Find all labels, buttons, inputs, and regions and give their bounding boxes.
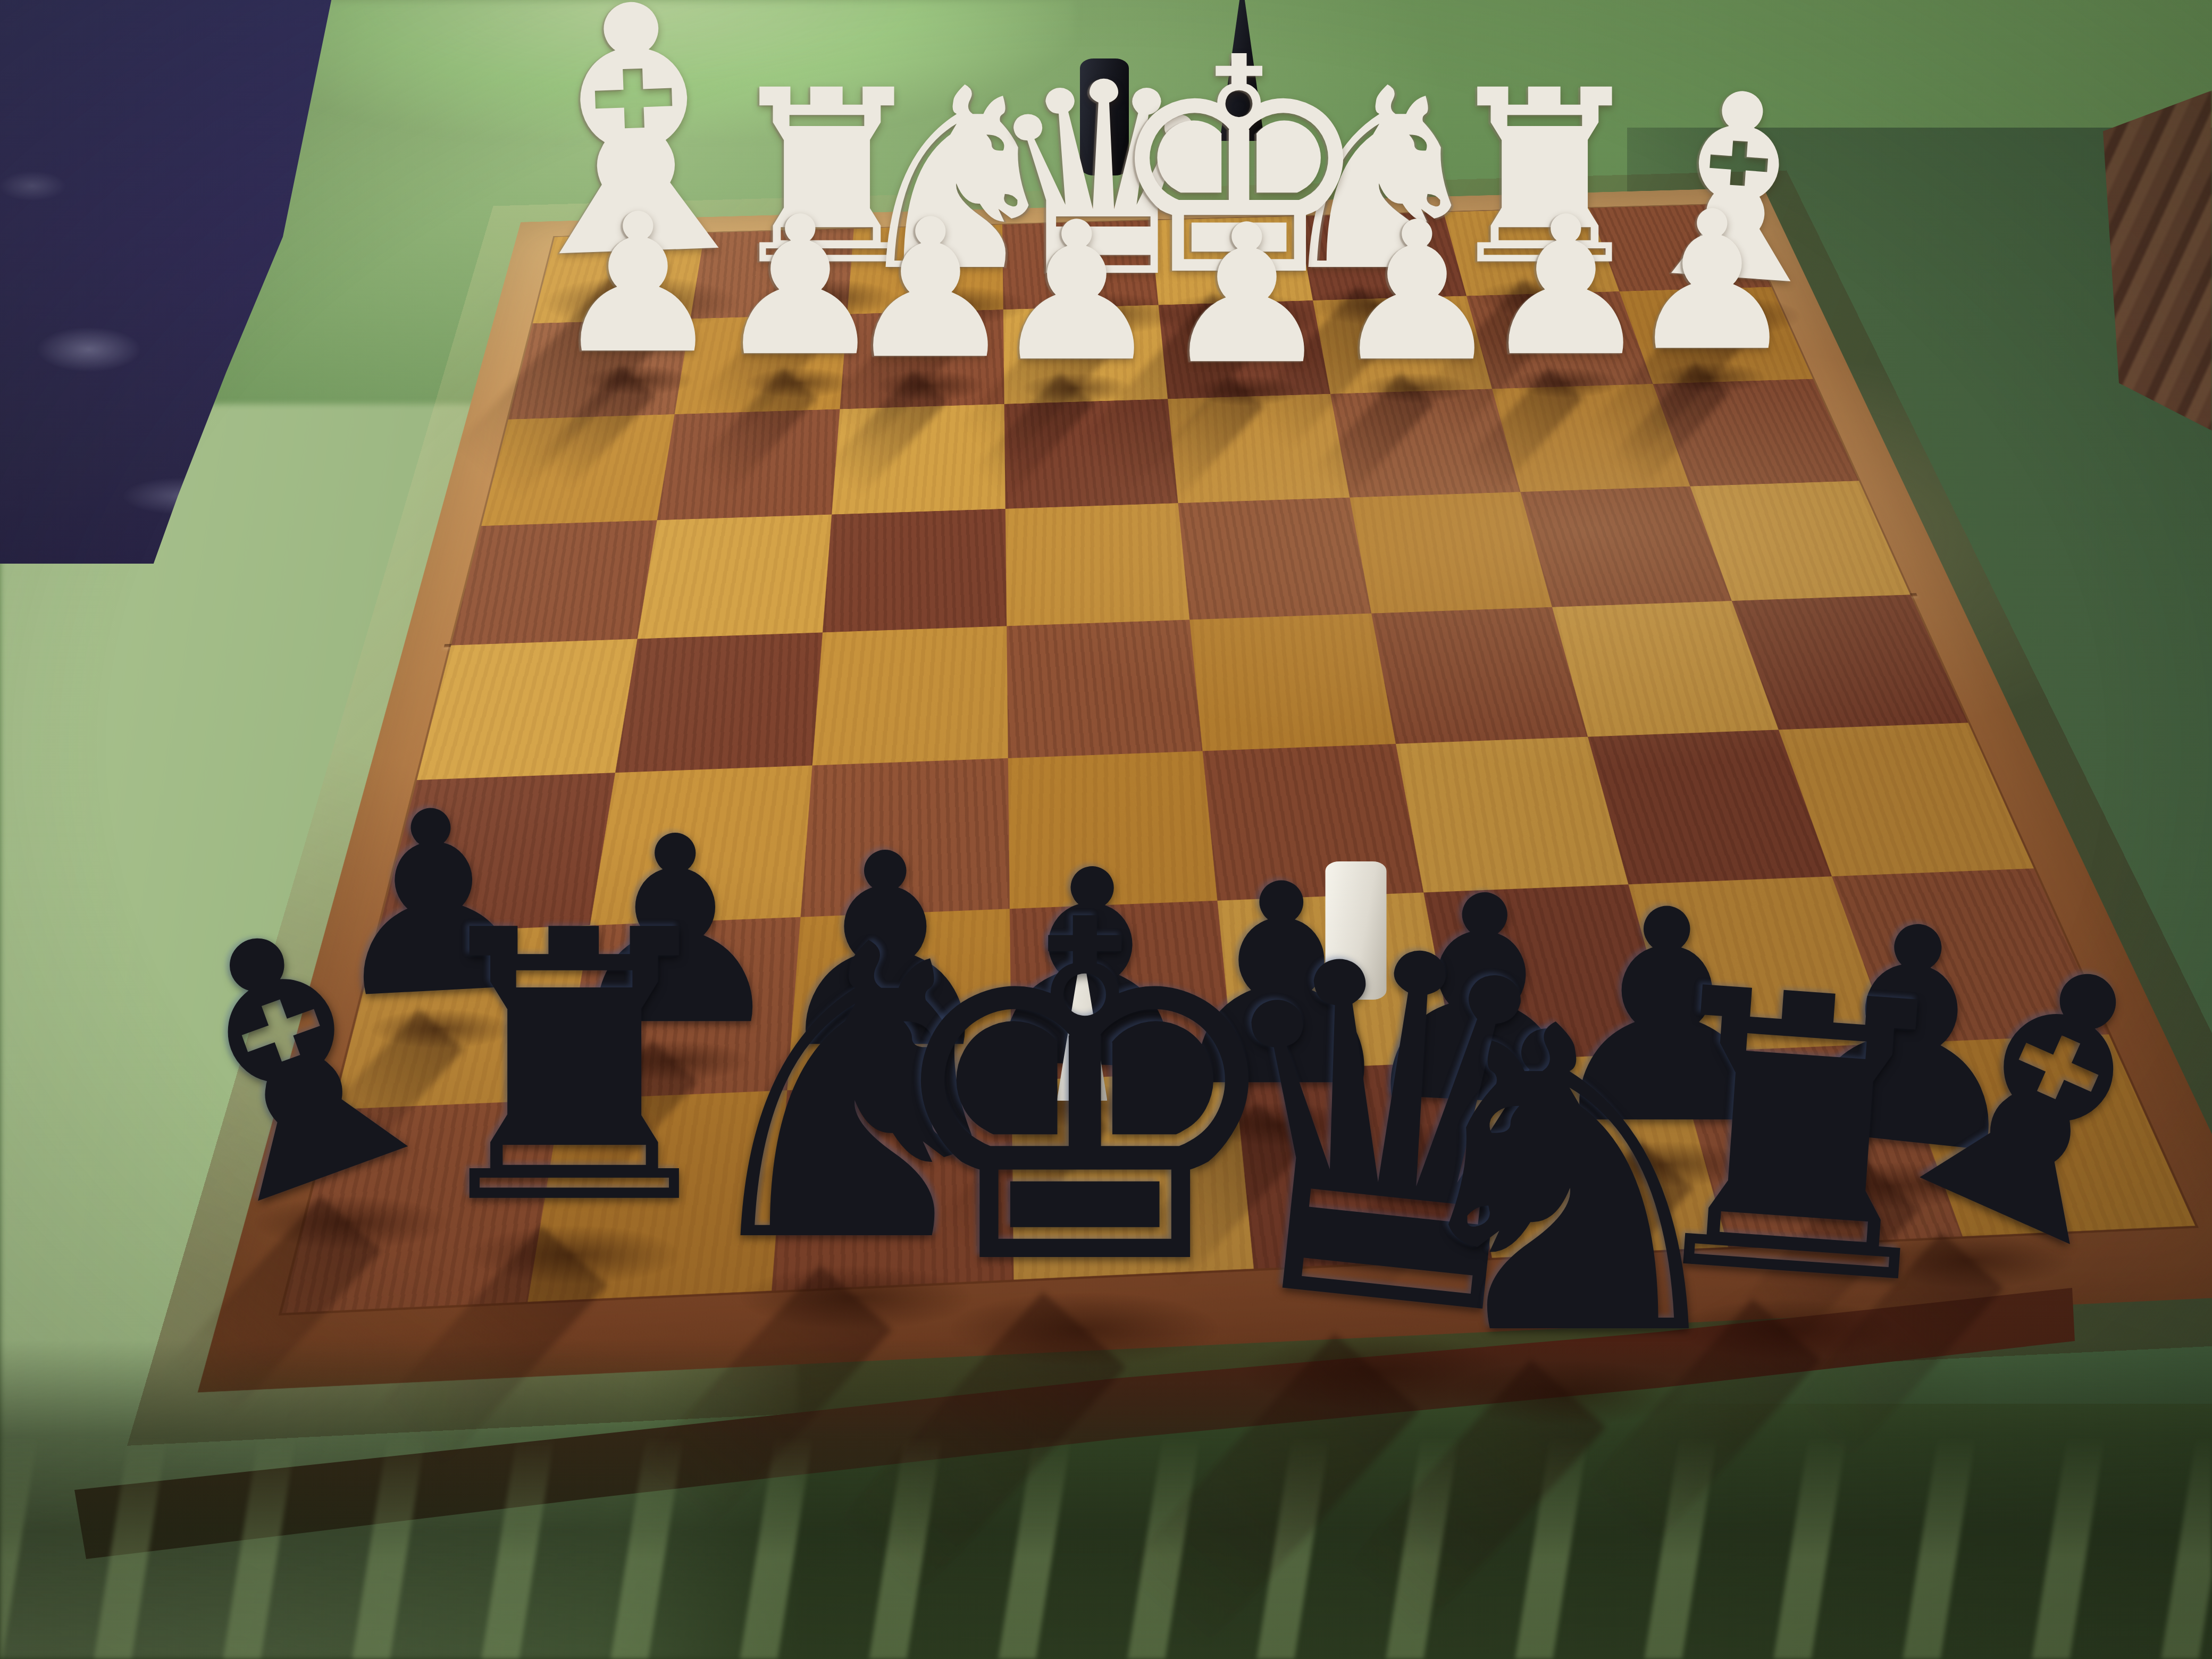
white-p-glyph: ♟: [1627, 186, 1798, 378]
white-p-glyph: ♟: [552, 189, 724, 380]
white-p-glyph: ♟: [991, 197, 1163, 388]
white-p-glyph: ♟: [1331, 197, 1503, 388]
photo-stage: ♝♜♞♛♚♞♜♝♟♟♟♟♟♟♟♟♟♟♟♟♟♟♟♟♝♜♞♚♛♞♜♝: [0, 0, 2212, 1659]
white-p-glyph: ♟: [1161, 199, 1333, 391]
black-n-glyph: ♞: [1380, 973, 1757, 1393]
white-p-glyph: ♟: [1480, 191, 1652, 383]
